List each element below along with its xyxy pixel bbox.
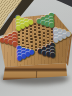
board-hole[interactable]	[43, 32, 45, 34]
marble-silver[interactable]: ●	[66, 31, 72, 37]
board-hole[interactable]	[30, 35, 32, 37]
board-hole[interactable]	[47, 33, 49, 35]
star-grid: ●●●●●●●●●●●●●●●●●●●●●●●●●●●●●●●●●●●●●●●●…	[0, 0, 72, 96]
board-hole[interactable]	[39, 37, 41, 39]
board-hole[interactable]	[26, 40, 28, 42]
board-hole[interactable]	[43, 39, 45, 41]
board-hole[interactable]	[35, 43, 37, 45]
board-hole[interactable]	[30, 31, 32, 33]
board-hole[interactable]	[38, 34, 40, 36]
board-hole[interactable]	[35, 39, 37, 41]
board-hole[interactable]	[39, 41, 41, 43]
board-hole[interactable]	[30, 25, 32, 27]
board-hole[interactable]	[26, 37, 28, 39]
marble-black[interactable]: ●	[50, 52, 56, 58]
board-hole[interactable]	[42, 29, 44, 31]
board-hole[interactable]	[34, 36, 36, 38]
board-hole[interactable]	[26, 44, 28, 46]
board-hole[interactable]	[26, 33, 28, 35]
board-hole[interactable]	[30, 28, 32, 30]
board-hole[interactable]	[38, 27, 40, 29]
board-hole[interactable]	[22, 32, 24, 34]
board-hole[interactable]	[34, 29, 36, 31]
board-hole[interactable]	[30, 41, 32, 43]
board-hole[interactable]	[22, 29, 24, 31]
board-hole[interactable]	[47, 37, 49, 39]
board-hole[interactable]	[31, 45, 33, 47]
board-hole[interactable]	[18, 34, 20, 36]
board-hole[interactable]	[18, 38, 20, 40]
board-hole[interactable]	[43, 35, 45, 37]
board-hole[interactable]	[47, 30, 49, 32]
board-hole[interactable]	[22, 39, 24, 41]
board-hole[interactable]	[18, 41, 20, 43]
board-hole[interactable]	[30, 38, 32, 40]
marble-blue[interactable]: ●	[29, 49, 35, 55]
board-hole[interactable]	[34, 33, 36, 35]
board-hole[interactable]	[22, 36, 24, 38]
board-hole[interactable]	[22, 42, 24, 44]
board-hole[interactable]	[38, 31, 40, 33]
board-hole[interactable]	[26, 30, 28, 32]
board-hole[interactable]	[18, 31, 20, 33]
board-hole[interactable]	[34, 26, 36, 28]
board-hole[interactable]	[26, 27, 28, 29]
scene: ●●●●●●●●●●●●●●●●●●●●●●●●●●●●●●●●●●●●●●●●…	[0, 0, 72, 96]
